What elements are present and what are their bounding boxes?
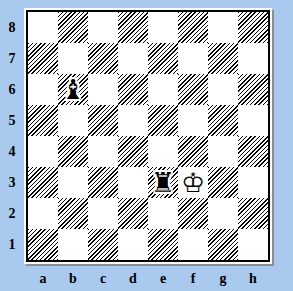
file-label-a: a [28,268,58,290]
square-d2[interactable] [118,198,148,229]
square-c1[interactable] [88,229,118,260]
square-b7[interactable] [58,43,88,74]
square-b8[interactable] [58,12,88,43]
square-a1[interactable] [28,229,58,260]
square-c6[interactable] [88,74,118,105]
square-b6[interactable]: ♝ [58,74,88,105]
square-b4[interactable] [58,136,88,167]
square-g2[interactable] [208,198,238,229]
file-label-g: g [208,268,238,290]
square-g3[interactable] [208,167,238,198]
square-e3[interactable]: ♜ [148,167,178,198]
square-g1[interactable] [208,229,238,260]
square-b5[interactable] [58,105,88,136]
square-f8[interactable] [178,12,208,43]
square-d5[interactable] [118,105,148,136]
square-d1[interactable] [118,229,148,260]
square-g5[interactable] [208,105,238,136]
white-king[interactable]: ♔ [181,169,205,196]
square-h7[interactable] [238,43,268,74]
rank-label-3: 3 [0,167,24,198]
black-bishop[interactable]: ♝ [61,76,85,103]
rank-label-5: 5 [0,105,24,136]
square-a4[interactable] [28,136,58,167]
square-c5[interactable] [88,105,118,136]
rank-label-1: 1 [0,229,24,260]
square-e7[interactable] [148,43,178,74]
file-label-b: b [58,268,88,290]
square-h5[interactable] [238,105,268,136]
square-e8[interactable] [148,12,178,43]
square-e5[interactable] [148,105,178,136]
rank-label-7: 7 [0,43,24,74]
square-c8[interactable] [88,12,118,43]
rank-label-4: 4 [0,136,24,167]
square-g7[interactable] [208,43,238,74]
square-f5[interactable] [178,105,208,136]
square-d3[interactable] [118,167,148,198]
square-h8[interactable] [238,12,268,43]
square-a7[interactable] [28,43,58,74]
square-c4[interactable] [88,136,118,167]
square-e1[interactable] [148,229,178,260]
square-a2[interactable] [28,198,58,229]
square-g8[interactable] [208,12,238,43]
square-b1[interactable] [58,229,88,260]
square-f1[interactable] [178,229,208,260]
square-e4[interactable] [148,136,178,167]
chess-diagram: 87654321 ♝♜♔ abcdefgh [0,0,293,291]
square-h6[interactable] [238,74,268,105]
rank-label-6: 6 [0,74,24,105]
square-f4[interactable] [178,136,208,167]
square-h4[interactable] [238,136,268,167]
square-f6[interactable] [178,74,208,105]
file-label-f: f [178,268,208,290]
file-label-c: c [88,268,118,290]
board-frame: ♝♜♔ [24,8,272,264]
file-label-d: d [118,268,148,290]
square-f2[interactable] [178,198,208,229]
square-e2[interactable] [148,198,178,229]
square-c2[interactable] [88,198,118,229]
square-g4[interactable] [208,136,238,167]
square-f7[interactable] [178,43,208,74]
square-h1[interactable] [238,229,268,260]
square-b3[interactable] [58,167,88,198]
square-a8[interactable] [28,12,58,43]
square-c7[interactable] [88,43,118,74]
black-rook[interactable]: ♜ [151,169,175,196]
square-a5[interactable] [28,105,58,136]
rank-labels: 87654321 [0,12,24,260]
square-h2[interactable] [238,198,268,229]
square-d7[interactable] [118,43,148,74]
square-f3[interactable]: ♔ [178,167,208,198]
square-c3[interactable] [88,167,118,198]
file-label-e: e [148,268,178,290]
square-a6[interactable] [28,74,58,105]
square-d4[interactable] [118,136,148,167]
square-b2[interactable] [58,198,88,229]
square-a3[interactable] [28,167,58,198]
rank-label-8: 8 [0,12,24,43]
square-h3[interactable] [238,167,268,198]
square-d8[interactable] [118,12,148,43]
rank-label-2: 2 [0,198,24,229]
board: ♝♜♔ [26,10,270,262]
file-label-h: h [238,268,268,290]
file-labels: abcdefgh [28,268,268,290]
square-e6[interactable] [148,74,178,105]
square-d6[interactable] [118,74,148,105]
square-g6[interactable] [208,74,238,105]
